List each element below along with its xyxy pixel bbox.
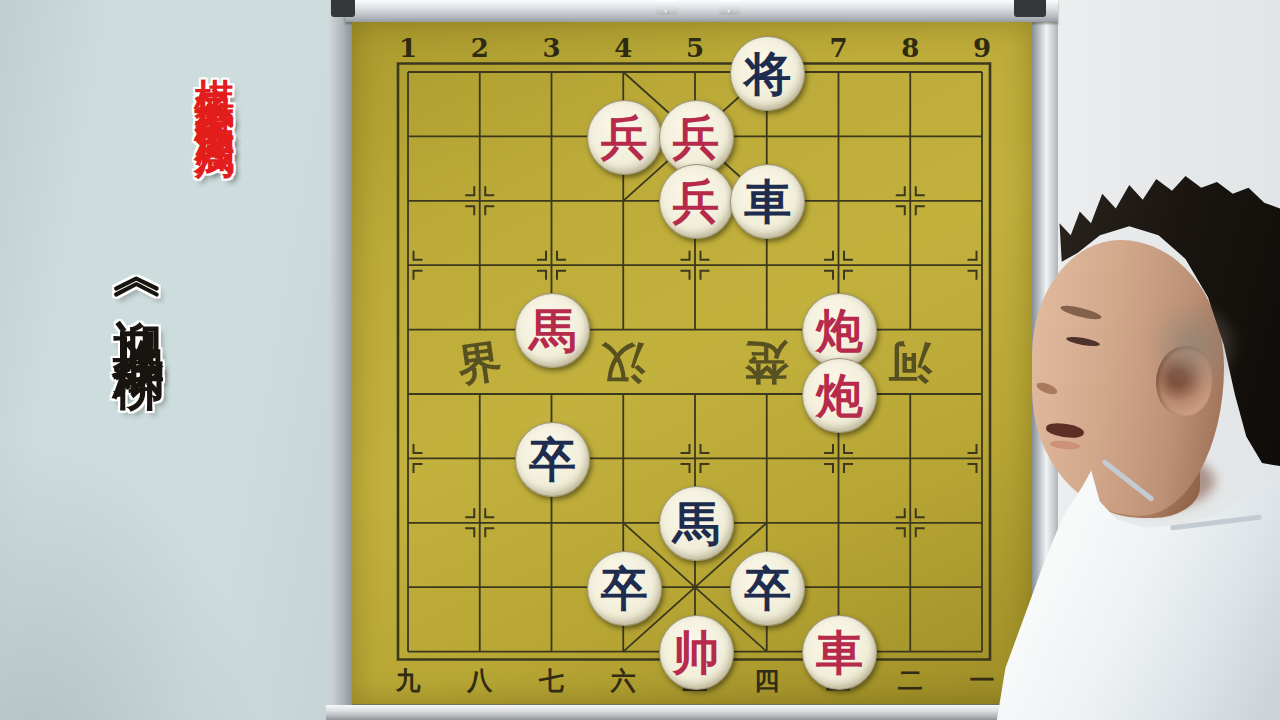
red-piece-馬: 馬 [515, 293, 590, 368]
red-piece-車: 車 [802, 615, 877, 690]
piece-glyph: 車 [744, 178, 791, 225]
presenter-sideburn [1146, 300, 1242, 392]
piece-glyph: 馬 [529, 307, 576, 354]
video-frame: 123456789九八七六五四三二一界汉楚河 将兵兵兵車馬炮炮卒馬卒卒帅車 棋疯… [0, 0, 1280, 720]
red-piece-炮: 炮 [802, 293, 877, 368]
hanging-clip-icon [719, 0, 741, 15]
piece-glyph: 炮 [816, 307, 863, 354]
frame-corner-bracket-left [331, 0, 355, 17]
hanging-clip-icon [656, 0, 678, 15]
piece-glyph: 将 [744, 50, 791, 97]
black-piece-卒: 卒 [730, 551, 805, 626]
piece-glyph: 帅 [673, 629, 720, 676]
red-piece-帅: 帅 [659, 615, 734, 690]
board-frame-left [330, 0, 352, 705]
black-piece-卒: 卒 [587, 551, 662, 626]
red-piece-兵: 兵 [587, 100, 662, 175]
piece-glyph: 卒 [529, 436, 576, 483]
piece-glyph: 炮 [816, 372, 863, 419]
black-piece-将: 将 [730, 36, 805, 111]
piece-glyph: 兵 [673, 114, 720, 161]
piece-glyph: 馬 [673, 500, 720, 547]
piece-glyph: 卒 [601, 565, 648, 612]
piece-glyph: 兵 [673, 178, 720, 225]
piece-glyph: 卒 [744, 565, 791, 612]
piece-glyph: 兵 [601, 114, 648, 161]
wall-left [0, 0, 352, 720]
black-piece-馬: 馬 [659, 486, 734, 561]
red-piece-兵: 兵 [659, 164, 734, 239]
piece-glyph: 車 [816, 629, 863, 676]
black-piece-卒: 卒 [515, 422, 590, 497]
channel-title-vertical: 棋疯子象棋江湖残局 [188, 46, 243, 118]
frame-corner-bracket-right [1014, 0, 1046, 17]
red-piece-炮: 炮 [802, 358, 877, 433]
board-frame-top [345, 0, 1058, 22]
episode-title-vertical: 《迎风摆柳》 [104, 262, 174, 346]
marker-tray [326, 705, 1074, 720]
